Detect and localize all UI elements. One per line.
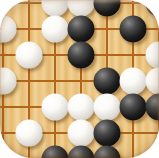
black-stone <box>120 94 147 121</box>
white-stone <box>120 68 147 95</box>
screenshot-canvas <box>0 0 159 158</box>
black-stone <box>94 120 121 147</box>
white-stone <box>68 120 95 147</box>
white-stone <box>42 94 69 121</box>
white-stone <box>16 120 43 147</box>
black-stone <box>68 16 95 43</box>
white-stone <box>94 94 121 121</box>
black-stone <box>94 68 121 95</box>
white-stone <box>68 94 95 121</box>
white-stone <box>42 16 69 43</box>
go-board <box>0 0 159 158</box>
go-app-icon[interactable] <box>0 0 159 158</box>
black-stone <box>120 16 147 43</box>
white-stone <box>16 42 43 69</box>
black-stone <box>68 42 95 69</box>
